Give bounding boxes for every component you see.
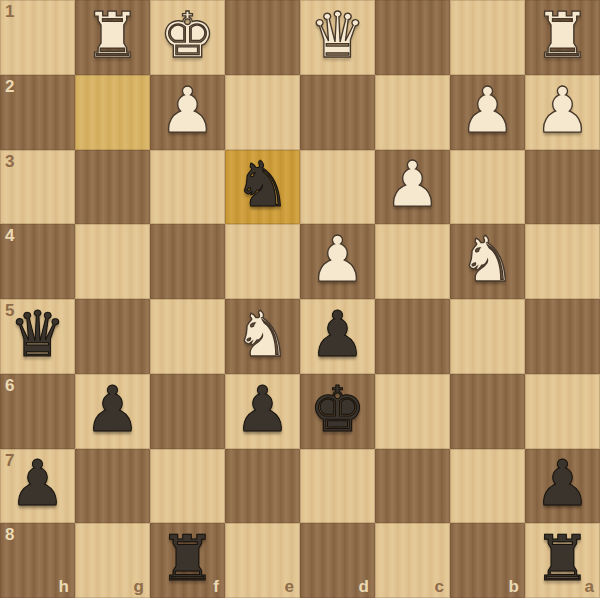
black-king[interactable]: ♚ [309, 378, 365, 441]
square-e6[interactable]: ♟ [225, 374, 300, 449]
black-pawn[interactable]: ♟ [534, 452, 590, 515]
white-pawn[interactable]: ♟ [159, 79, 215, 142]
square-d8[interactable]: d [300, 523, 375, 598]
white-rook[interactable]: ♜ [84, 4, 140, 67]
square-b6[interactable] [450, 374, 525, 449]
square-d4[interactable]: ♟ [300, 224, 375, 299]
square-c7[interactable] [375, 449, 450, 524]
file-label-d: d [359, 577, 369, 597]
square-h4[interactable]: 4 [0, 224, 75, 299]
square-a2[interactable]: ♟ [525, 75, 600, 150]
rank-label-8: 8 [5, 525, 14, 545]
square-g8[interactable]: g [75, 523, 150, 598]
square-c8[interactable]: c [375, 523, 450, 598]
square-e2[interactable] [225, 75, 300, 150]
square-h6[interactable]: 6 [0, 374, 75, 449]
white-queen[interactable]: ♛ [309, 4, 365, 67]
square-f5[interactable] [150, 299, 225, 374]
black-knight[interactable]: ♞ [234, 153, 290, 216]
square-h2[interactable]: 2 [0, 75, 75, 150]
square-f3[interactable] [150, 150, 225, 225]
square-a5[interactable] [525, 299, 600, 374]
white-king[interactable]: ♚ [159, 4, 215, 67]
square-e4[interactable] [225, 224, 300, 299]
black-queen[interactable]: ♛ [9, 303, 65, 366]
white-knight[interactable]: ♞ [459, 228, 515, 291]
white-pawn[interactable]: ♟ [309, 228, 365, 291]
square-c1[interactable] [375, 0, 450, 75]
rank-label-2: 2 [5, 77, 14, 97]
square-a4[interactable] [525, 224, 600, 299]
file-label-b: b [509, 577, 519, 597]
square-h7[interactable]: 7♟ [0, 449, 75, 524]
white-pawn[interactable]: ♟ [384, 153, 440, 216]
square-b7[interactable] [450, 449, 525, 524]
square-b5[interactable] [450, 299, 525, 374]
square-e3[interactable]: ♞ [225, 150, 300, 225]
rank-label-6: 6 [5, 376, 14, 396]
square-h5[interactable]: 5♛ [0, 299, 75, 374]
white-pawn[interactable]: ♟ [459, 79, 515, 142]
rank-label-4: 4 [5, 226, 14, 246]
square-g4[interactable] [75, 224, 150, 299]
square-b3[interactable] [450, 150, 525, 225]
white-pawn[interactable]: ♟ [534, 79, 590, 142]
square-d7[interactable] [300, 449, 375, 524]
square-a6[interactable] [525, 374, 600, 449]
square-e7[interactable] [225, 449, 300, 524]
square-d6[interactable]: ♚ [300, 374, 375, 449]
square-c5[interactable] [375, 299, 450, 374]
square-d2[interactable] [300, 75, 375, 150]
square-d3[interactable] [300, 150, 375, 225]
square-g1[interactable]: ♜ [75, 0, 150, 75]
black-pawn[interactable]: ♟ [309, 303, 365, 366]
white-rook[interactable]: ♜ [534, 4, 590, 67]
file-label-h: h [59, 577, 69, 597]
square-g3[interactable] [75, 150, 150, 225]
square-a1[interactable]: ♜ [525, 0, 600, 75]
black-pawn[interactable]: ♟ [84, 378, 140, 441]
rank-label-1: 1 [5, 2, 14, 22]
square-a3[interactable] [525, 150, 600, 225]
square-f2[interactable]: ♟ [150, 75, 225, 150]
square-e8[interactable]: e [225, 523, 300, 598]
square-b1[interactable] [450, 0, 525, 75]
chess-board: 1♜♚♛♜2♟♟♟3♞♟4♟♞5♛♞♟6♟♟♚7♟♟8hgf♜edcba♜ [0, 0, 600, 598]
rank-label-3: 3 [5, 152, 14, 172]
square-h8[interactable]: 8h [0, 523, 75, 598]
square-b2[interactable]: ♟ [450, 75, 525, 150]
black-pawn[interactable]: ♟ [9, 452, 65, 515]
square-d5[interactable]: ♟ [300, 299, 375, 374]
square-g2[interactable] [75, 75, 150, 150]
square-a7[interactable]: ♟ [525, 449, 600, 524]
square-h3[interactable]: 3 [0, 150, 75, 225]
square-c2[interactable] [375, 75, 450, 150]
square-f4[interactable] [150, 224, 225, 299]
square-f8[interactable]: f♜ [150, 523, 225, 598]
white-knight[interactable]: ♞ [234, 303, 290, 366]
square-b8[interactable]: b [450, 523, 525, 598]
square-f1[interactable]: ♚ [150, 0, 225, 75]
square-b4[interactable]: ♞ [450, 224, 525, 299]
square-d1[interactable]: ♛ [300, 0, 375, 75]
square-e1[interactable] [225, 0, 300, 75]
square-g5[interactable] [75, 299, 150, 374]
square-h1[interactable]: 1 [0, 0, 75, 75]
square-f6[interactable] [150, 374, 225, 449]
black-rook[interactable]: ♜ [159, 527, 215, 590]
chess-board-container: 1♜♚♛♜2♟♟♟3♞♟4♟♞5♛♞♟6♟♟♚7♟♟8hgf♜edcba♜ [0, 0, 600, 598]
file-label-g: g [134, 577, 144, 597]
file-label-e: e [285, 577, 294, 597]
square-a8[interactable]: a♜ [525, 523, 600, 598]
square-c6[interactable] [375, 374, 450, 449]
black-rook[interactable]: ♜ [534, 527, 590, 590]
square-g7[interactable] [75, 449, 150, 524]
square-c3[interactable]: ♟ [375, 150, 450, 225]
square-e5[interactable]: ♞ [225, 299, 300, 374]
square-c4[interactable] [375, 224, 450, 299]
square-g6[interactable]: ♟ [75, 374, 150, 449]
file-label-c: c [435, 577, 444, 597]
square-f7[interactable] [150, 449, 225, 524]
black-pawn[interactable]: ♟ [234, 378, 290, 441]
